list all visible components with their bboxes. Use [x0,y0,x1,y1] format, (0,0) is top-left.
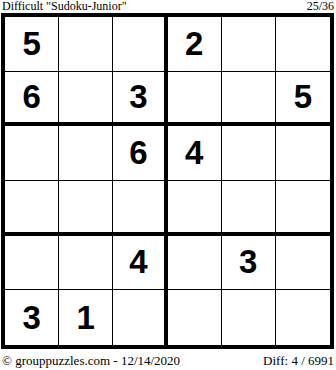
cell-r6c4[interactable] [168,290,222,345]
cell-r4c3[interactable] [113,181,167,236]
clue-counter: 25/36 [307,0,334,12]
cell-r5c4[interactable] [168,236,222,291]
cell-r1c2[interactable] [59,17,113,72]
cell-r5c3[interactable]: 4 [113,236,167,291]
cell-r4c4[interactable] [168,181,222,236]
cell-r1c6[interactable] [276,17,330,72]
cell-r6c5[interactable] [222,290,276,345]
cell-r2c6[interactable]: 5 [276,72,330,127]
cell-r3c1[interactable] [5,126,59,181]
cell-r4c1[interactable] [5,181,59,236]
page-header: Difficult "Sudoku-Junior" 25/36 [2,0,334,13]
cell-r3c6[interactable] [276,126,330,181]
cell-r6c1[interactable]: 3 [5,290,59,345]
cell-r2c3[interactable]: 3 [113,72,167,127]
cell-r3c5[interactable] [222,126,276,181]
cell-r5c1[interactable] [5,236,59,291]
cell-r6c6[interactable] [276,290,330,345]
cell-r6c2[interactable]: 1 [59,290,113,345]
copyright-label: © grouppuzzles.com - 12/14/2020 [2,354,180,368]
cell-r1c3[interactable] [113,17,167,72]
cell-r2c2[interactable] [59,72,113,127]
difficulty-label: Diff: 4 / 6991 [263,354,334,368]
page-footer: © grouppuzzles.com - 12/14/2020 Diff: 4 … [2,353,334,368]
cell-r3c4[interactable]: 4 [168,126,222,181]
cell-r6c3[interactable] [113,290,167,345]
cell-r1c5[interactable] [222,17,276,72]
cell-r4c2[interactable] [59,181,113,236]
puzzle-title: Difficult "Sudoku-Junior" [2,0,127,12]
cell-r5c2[interactable] [59,236,113,291]
cell-r2c4[interactable] [168,72,222,127]
cell-r4c5[interactable] [222,181,276,236]
cell-r1c1[interactable]: 5 [5,17,59,72]
sudoku-grid: 52635644331 [1,13,334,349]
cell-r2c1[interactable]: 6 [5,72,59,127]
cell-r2c5[interactable] [222,72,276,127]
cell-r4c6[interactable] [276,181,330,236]
cell-r3c2[interactable] [59,126,113,181]
cell-r1c4[interactable]: 2 [168,17,222,72]
cell-r5c5[interactable]: 3 [222,236,276,291]
cell-r3c3[interactable]: 6 [113,126,167,181]
cell-r5c6[interactable] [276,236,330,291]
